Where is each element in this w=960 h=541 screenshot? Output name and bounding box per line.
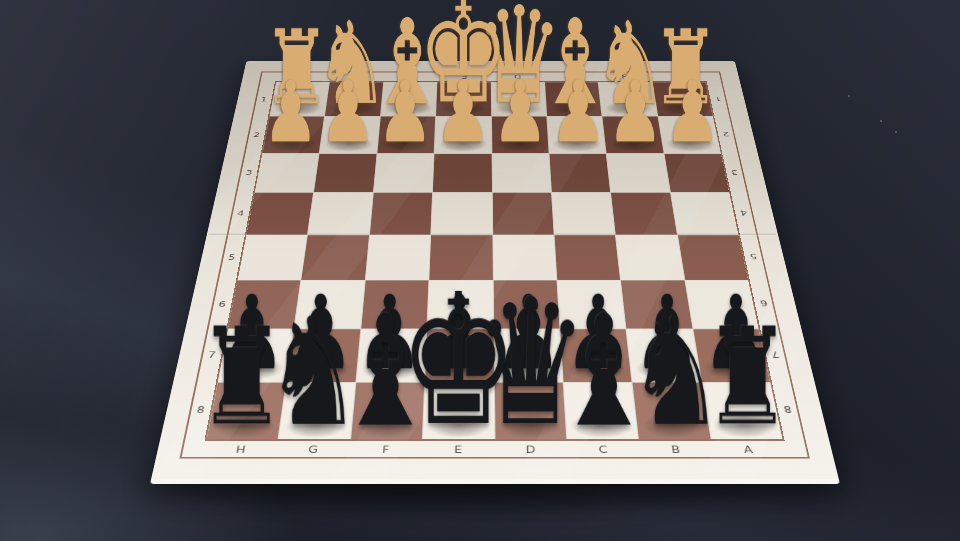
square-h3[interactable] [255,153,319,192]
white-pawn[interactable]: ♟ [607,69,663,154]
white-pawn[interactable]: ♟ [435,69,491,154]
square-g3[interactable] [314,153,376,192]
square-b4[interactable] [611,193,676,235]
square-d3[interactable] [492,153,551,192]
chess-board: HGFEDCBA HGFEDCBA 12345678 12345678 ♜♞♝♚… [150,61,840,484]
square-h2[interactable]: ♟ [263,117,325,153]
square-g4[interactable] [308,193,373,235]
square-d2[interactable]: ♟ [492,117,549,153]
square-f2[interactable]: ♟ [377,117,435,153]
square-b3[interactable] [607,153,670,192]
square-h4[interactable] [247,193,314,235]
square-d4[interactable] [492,193,553,235]
square-e3[interactable] [433,153,492,192]
square-g2[interactable]: ♟ [320,117,380,153]
square-b2[interactable]: ♟ [603,117,664,153]
square-e2[interactable]: ♟ [435,117,492,153]
white-pawn[interactable]: ♟ [492,69,548,154]
square-f4[interactable] [370,193,432,235]
white-pawn[interactable]: ♟ [262,69,318,154]
black-king[interactable]: ♚ [398,270,518,451]
white-pawn[interactable]: ♟ [664,69,720,154]
square-a4[interactable] [671,193,739,235]
square-a2[interactable]: ♟ [658,117,721,153]
table-cloth: HGFEDCBA HGFEDCBA 12345678 12345678 ♜♞♝♚… [0,0,960,541]
white-pawn[interactable]: ♟ [550,69,606,154]
white-pawn[interactable]: ♟ [320,69,376,154]
square-c4[interactable] [552,193,615,235]
square-e8[interactable]: ♚ [423,382,494,439]
square-a3[interactable] [664,153,729,192]
square-e4[interactable] [431,193,492,235]
square-c2[interactable]: ♟ [547,117,606,153]
square-f3[interactable] [374,153,434,192]
board-grid: ♜♞♝♚♛♝♞♜♟♟♟♟♟♟♟♟♟♟♟♟♟♟♟♟♜♞♝♚♛♝♞♜ [207,82,783,439]
inner-border-line: ♜♞♝♚♛♝♞♜♟♟♟♟♟♟♟♟♟♟♟♟♟♟♟♟♜♞♝♚♛♝♞♜ [204,81,784,440]
white-pawn[interactable]: ♟ [377,69,433,154]
square-c3[interactable] [549,153,610,192]
board-fold-line [208,234,776,236]
